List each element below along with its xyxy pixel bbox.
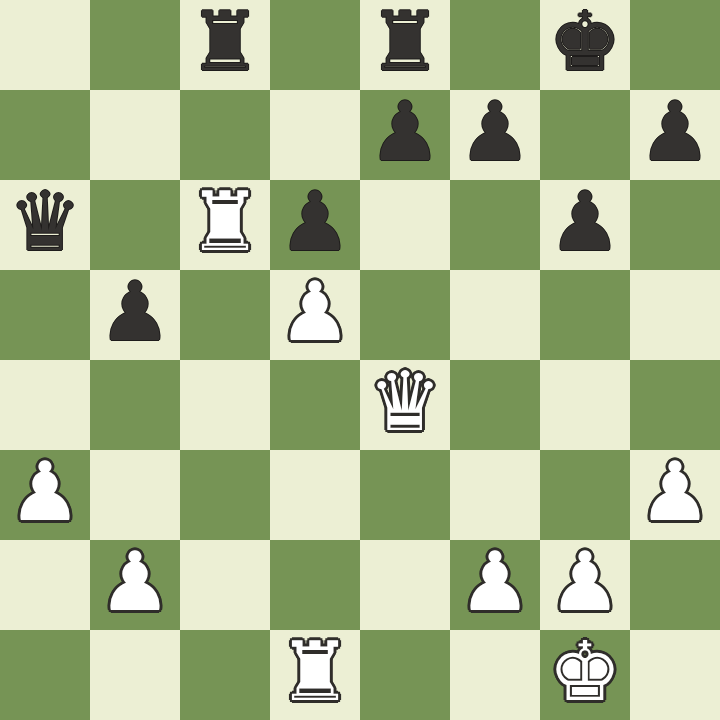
- square-c2[interactable]: [180, 540, 270, 630]
- square-b7[interactable]: [90, 90, 180, 180]
- square-a2[interactable]: [0, 540, 90, 630]
- black-pawn[interactable]: ♟: [638, 90, 712, 177]
- square-h5[interactable]: [630, 270, 720, 360]
- square-f2[interactable]: ♟: [450, 540, 540, 630]
- square-d2[interactable]: [270, 540, 360, 630]
- square-c1[interactable]: [180, 630, 270, 720]
- square-d6[interactable]: ♟: [270, 180, 360, 270]
- square-g5[interactable]: [540, 270, 630, 360]
- square-b2[interactable]: ♟: [90, 540, 180, 630]
- black-pawn[interactable]: ♟: [278, 180, 352, 267]
- square-h7[interactable]: ♟: [630, 90, 720, 180]
- square-g1[interactable]: ♚: [540, 630, 630, 720]
- square-g2[interactable]: ♟: [540, 540, 630, 630]
- square-e4[interactable]: ♛: [360, 360, 450, 450]
- square-e8[interactable]: ♜: [360, 0, 450, 90]
- square-d4[interactable]: [270, 360, 360, 450]
- black-pawn[interactable]: ♟: [548, 180, 622, 267]
- square-e6[interactable]: [360, 180, 450, 270]
- square-d8[interactable]: [270, 0, 360, 90]
- white-pawn[interactable]: ♟: [458, 540, 532, 627]
- square-g4[interactable]: [540, 360, 630, 450]
- square-a8[interactable]: [0, 0, 90, 90]
- square-b4[interactable]: [90, 360, 180, 450]
- black-king[interactable]: ♚: [548, 0, 622, 87]
- square-h4[interactable]: [630, 360, 720, 450]
- square-b3[interactable]: [90, 450, 180, 540]
- square-g6[interactable]: ♟: [540, 180, 630, 270]
- square-g8[interactable]: ♚: [540, 0, 630, 90]
- square-g7[interactable]: [540, 90, 630, 180]
- square-b5[interactable]: ♟: [90, 270, 180, 360]
- black-rook[interactable]: ♜: [188, 0, 262, 87]
- square-b6[interactable]: [90, 180, 180, 270]
- white-pawn[interactable]: ♟: [278, 270, 352, 357]
- square-d7[interactable]: [270, 90, 360, 180]
- black-pawn[interactable]: ♟: [458, 90, 532, 177]
- square-d5[interactable]: ♟: [270, 270, 360, 360]
- square-a6[interactable]: ♛: [0, 180, 90, 270]
- white-rook[interactable]: ♜: [188, 180, 262, 267]
- chess-board[interactable]: ♜♜♚♟♟♟♛♜♟♟♟♟♛♟♟♟♟♟♜♚: [0, 0, 720, 720]
- white-rook[interactable]: ♜: [278, 630, 352, 717]
- square-f3[interactable]: [450, 450, 540, 540]
- white-pawn[interactable]: ♟: [548, 540, 622, 627]
- square-b8[interactable]: [90, 0, 180, 90]
- black-pawn[interactable]: ♟: [98, 270, 172, 357]
- white-queen[interactable]: ♛: [368, 360, 442, 447]
- square-c7[interactable]: [180, 90, 270, 180]
- square-e1[interactable]: [360, 630, 450, 720]
- square-a7[interactable]: [0, 90, 90, 180]
- square-b1[interactable]: [90, 630, 180, 720]
- square-a5[interactable]: [0, 270, 90, 360]
- square-f1[interactable]: [450, 630, 540, 720]
- square-a3[interactable]: ♟: [0, 450, 90, 540]
- square-f4[interactable]: [450, 360, 540, 450]
- square-c4[interactable]: [180, 360, 270, 450]
- square-a4[interactable]: [0, 360, 90, 450]
- square-d1[interactable]: ♜: [270, 630, 360, 720]
- square-e5[interactable]: [360, 270, 450, 360]
- white-king[interactable]: ♚: [548, 630, 622, 717]
- square-f5[interactable]: [450, 270, 540, 360]
- square-f6[interactable]: [450, 180, 540, 270]
- square-h2[interactable]: [630, 540, 720, 630]
- white-pawn[interactable]: ♟: [98, 540, 172, 627]
- square-c3[interactable]: [180, 450, 270, 540]
- square-c6[interactable]: ♜: [180, 180, 270, 270]
- square-g3[interactable]: [540, 450, 630, 540]
- square-c5[interactable]: [180, 270, 270, 360]
- black-pawn[interactable]: ♟: [368, 90, 442, 177]
- square-e3[interactable]: [360, 450, 450, 540]
- white-pawn[interactable]: ♟: [8, 450, 82, 537]
- square-h3[interactable]: ♟: [630, 450, 720, 540]
- square-e7[interactable]: ♟: [360, 90, 450, 180]
- square-c8[interactable]: ♜: [180, 0, 270, 90]
- square-e2[interactable]: [360, 540, 450, 630]
- black-queen[interactable]: ♛: [8, 180, 82, 267]
- white-pawn[interactable]: ♟: [638, 450, 712, 537]
- square-f8[interactable]: [450, 0, 540, 90]
- square-f7[interactable]: ♟: [450, 90, 540, 180]
- black-rook[interactable]: ♜: [368, 0, 442, 87]
- square-d3[interactable]: [270, 450, 360, 540]
- square-h8[interactable]: [630, 0, 720, 90]
- square-h1[interactable]: [630, 630, 720, 720]
- square-h6[interactable]: [630, 180, 720, 270]
- square-a1[interactable]: [0, 630, 90, 720]
